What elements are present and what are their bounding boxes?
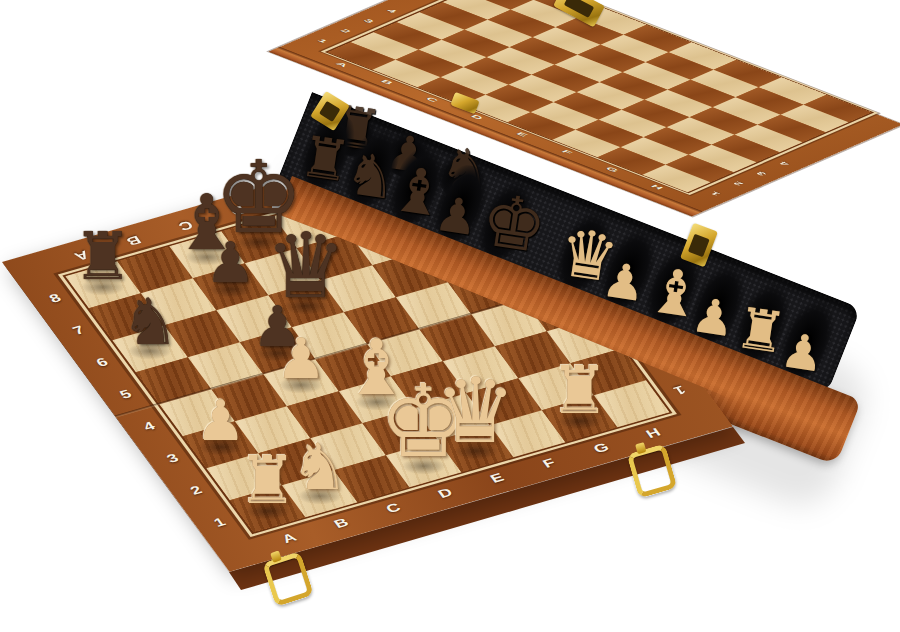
rank-label-left: 7: [61, 320, 97, 341]
photo-stage: ♜♟♞♜♞♝♟♚♛♟♝♟♜♟ ABCDEFGH11223344 88AA77BB…: [0, 0, 900, 632]
file-label-bottom: H: [635, 423, 671, 444]
lid-rank-label-right: 3: [746, 168, 776, 180]
rank-label-left: 5: [108, 384, 144, 405]
rank-label-left: 1: [202, 512, 238, 533]
rank-label-right: 1: [661, 380, 697, 401]
piece-black-knight-a6[interactable]: ♞: [121, 290, 178, 354]
file-label-bottom: G: [583, 438, 619, 459]
rank-label-left: 3: [155, 448, 191, 469]
file-label-bottom: C: [375, 498, 411, 519]
lid-rank-label-left: 4: [377, 5, 407, 17]
file-label-bottom: E: [479, 468, 515, 489]
file-label-bottom: B: [323, 513, 359, 534]
rank-label-left: 4: [131, 416, 167, 437]
lid-rank-label-right: 1: [700, 188, 730, 200]
rank-label-left: 8: [37, 288, 73, 309]
piece-white-knight-b1[interactable]: ♞: [291, 435, 348, 499]
piece-black-rook-a8[interactable]: ♜: [74, 224, 133, 290]
lid-rank-label-left: 2: [331, 25, 361, 37]
piece-white-pawn-c4[interactable]: ♟: [276, 331, 326, 387]
rank-label-left: 2: [178, 480, 214, 501]
lid-rank-label-left: 3: [354, 15, 384, 27]
piece-white-pawn-a3[interactable]: ♟: [196, 393, 246, 449]
lid-rank-label-left: 1: [308, 35, 338, 47]
lid-rank-label-right: 2: [723, 178, 753, 190]
file-label-bottom: A: [271, 528, 307, 549]
lid-rank-label-right: 4: [769, 158, 799, 170]
piece-white-rook-g1[interactable]: ♜: [550, 358, 609, 424]
piece-white-queen-e1[interactable]: ♛: [435, 366, 516, 456]
file-label-bottom: F: [531, 453, 567, 474]
rank-label-left: 6: [84, 352, 120, 373]
piece-black-pawn-c7[interactable]: ♟: [206, 235, 256, 291]
file-label-bottom: D: [427, 483, 463, 504]
piece-white-rook-a1[interactable]: ♜: [238, 448, 297, 514]
